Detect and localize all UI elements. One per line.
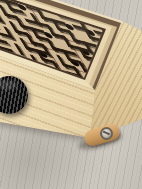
labyrinth-photo [0,0,142,189]
